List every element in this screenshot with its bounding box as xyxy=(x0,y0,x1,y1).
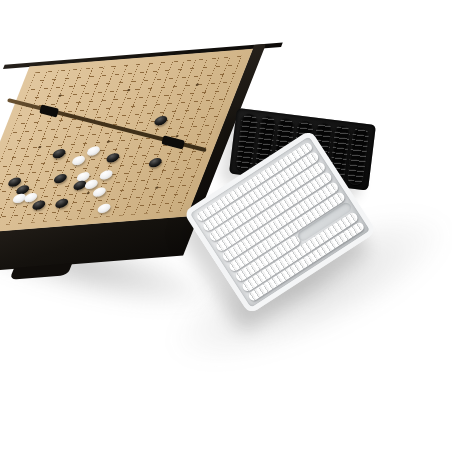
product-photo-stage xyxy=(0,0,452,452)
black-stone-stack xyxy=(347,126,370,185)
